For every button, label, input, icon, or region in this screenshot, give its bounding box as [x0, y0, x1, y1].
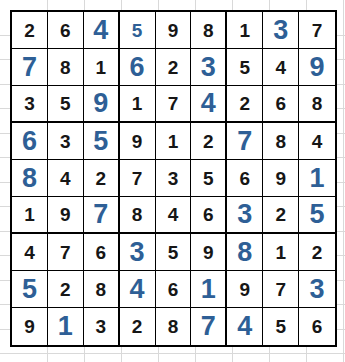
cell-r1c2[interactable]: 6	[48, 12, 84, 49]
given-digit: 8	[95, 280, 106, 299]
cell-r6c8[interactable]: 2	[263, 197, 299, 234]
cell-r4c7[interactable]: 7	[227, 123, 263, 160]
cell-r7c7[interactable]: 8	[227, 234, 263, 271]
cell-r8c6[interactable]: 1	[191, 271, 227, 308]
given-digit: 5	[275, 317, 286, 336]
entered-digit: 3	[273, 17, 288, 44]
cell-r7c4[interactable]: 3	[120, 234, 156, 271]
cell-r3c9[interactable]: 8	[299, 86, 335, 123]
given-digit: 7	[312, 21, 323, 40]
given-digit: 9	[60, 205, 71, 224]
given-digit: 5	[239, 58, 250, 77]
cell-r2c9[interactable]: 9	[299, 49, 335, 86]
cell-r8c2[interactable]: 2	[48, 271, 84, 308]
entered-digit: 3	[237, 201, 252, 228]
cell-r3c2[interactable]: 5	[48, 86, 84, 123]
given-digit: 4	[275, 58, 286, 77]
cell-r5c9[interactable]: 1	[299, 160, 335, 197]
cell-r8c7[interactable]: 9	[227, 271, 263, 308]
entered-digit: 5	[93, 128, 108, 155]
cell-r9c2[interactable]: 1	[48, 308, 84, 345]
entered-digit: 6	[130, 54, 145, 81]
cell-r9c6[interactable]: 7	[191, 308, 227, 345]
entered-digit: 4	[130, 276, 145, 303]
given-digit: 4	[312, 132, 323, 151]
cell-r1c9[interactable]: 7	[299, 12, 335, 49]
entered-digit: 3	[310, 276, 325, 303]
cell-r4c1[interactable]: 6	[12, 123, 48, 160]
cell-r6c2[interactable]: 9	[48, 197, 84, 234]
given-digit: 2	[203, 132, 214, 151]
given-digit: 6	[312, 317, 323, 336]
entered-digit: 6	[22, 128, 37, 155]
cell-r8c4[interactable]: 4	[120, 271, 156, 308]
cell-r4c9[interactable]: 4	[299, 123, 335, 160]
cell-r4c2[interactable]: 3	[48, 123, 84, 160]
entered-digit: 7	[93, 201, 108, 228]
given-digit: 3	[95, 317, 106, 336]
given-digit: 4	[60, 169, 71, 188]
given-digit: 5	[168, 243, 179, 262]
cell-r1c3[interactable]: 4	[84, 12, 120, 49]
cell-r2c7[interactable]: 5	[227, 49, 263, 86]
given-digit: 1	[168, 132, 179, 151]
cell-r8c5[interactable]: 6	[156, 271, 192, 308]
given-digit: 2	[275, 205, 286, 224]
cell-r2c6[interactable]: 3	[191, 49, 227, 86]
given-digit: 6	[239, 169, 250, 188]
cell-r2c5[interactable]: 2	[156, 49, 192, 86]
cell-r8c1[interactable]: 5	[12, 271, 48, 308]
cell-r7c5[interactable]: 5	[156, 234, 192, 271]
cell-r2c2[interactable]: 8	[48, 49, 84, 86]
entered-digit: 7	[22, 54, 37, 81]
cell-r1c7[interactable]: 1	[227, 12, 263, 49]
cell-r4c3[interactable]: 5	[84, 123, 120, 160]
cell-r8c3[interactable]: 8	[84, 271, 120, 308]
given-digit: 6	[60, 21, 71, 40]
cell-r7c8[interactable]: 1	[263, 234, 299, 271]
given-digit: 8	[60, 58, 71, 77]
cell-r7c2[interactable]: 7	[48, 234, 84, 271]
entered-digit: 3	[130, 239, 145, 266]
given-digit: 1	[132, 94, 143, 113]
given-digit: 8	[168, 317, 179, 336]
given-digit: 7	[168, 94, 179, 113]
cell-r6c9[interactable]: 5	[299, 197, 335, 234]
entered-digit: 8	[237, 239, 252, 266]
cell-r5c8[interactable]: 9	[263, 160, 299, 197]
cell-r9c3[interactable]: 3	[84, 308, 120, 345]
cell-r1c5[interactable]: 9	[156, 12, 192, 49]
cell-r9c4[interactable]: 2	[120, 308, 156, 345]
given-digit: 9	[275, 169, 286, 188]
cell-r3c5[interactable]: 7	[156, 86, 192, 123]
cell-r5c1[interactable]: 8	[12, 160, 48, 197]
entered-digit: 7	[201, 313, 216, 340]
cell-r8c9[interactable]: 3	[299, 271, 335, 308]
cell-r9c5[interactable]: 8	[156, 308, 192, 345]
entered-digit: 5	[132, 21, 143, 40]
cell-r1c6[interactable]: 8	[191, 12, 227, 49]
given-digit: 3	[168, 169, 179, 188]
entered-digit: 1	[201, 276, 216, 303]
given-digit: 2	[239, 94, 250, 113]
cell-r4c8[interactable]: 8	[263, 123, 299, 160]
cell-r5c5[interactable]: 3	[156, 160, 192, 197]
cell-r4c6[interactable]: 2	[191, 123, 227, 160]
given-digit: 9	[168, 21, 179, 40]
given-digit: 8	[203, 21, 214, 40]
given-digit: 9	[239, 280, 250, 299]
cell-r6c4[interactable]: 8	[120, 197, 156, 234]
entered-digit: 3	[201, 54, 216, 81]
cell-r6c1[interactable]: 1	[12, 197, 48, 234]
spreadsheet-background: 2645981377816235493591742686359127848427…	[0, 0, 345, 362]
cell-r5c6[interactable]: 5	[191, 160, 227, 197]
given-digit: 9	[203, 243, 214, 262]
entered-digit: 1	[58, 313, 73, 340]
given-digit: 5	[203, 169, 214, 188]
cell-r2c8[interactable]: 4	[263, 49, 299, 86]
cell-r1c4[interactable]: 5	[120, 12, 156, 49]
entered-digit: 5	[22, 276, 37, 303]
cell-r9c8[interactable]: 5	[263, 308, 299, 345]
given-digit: 7	[275, 280, 286, 299]
cell-r2c3[interactable]: 1	[84, 49, 120, 86]
entered-digit: 8	[22, 165, 37, 192]
cell-r3c8[interactable]: 6	[263, 86, 299, 123]
given-digit: 9	[24, 317, 35, 336]
cell-r5c3[interactable]: 2	[84, 160, 120, 197]
cell-r6c5[interactable]: 4	[156, 197, 192, 234]
given-digit: 3	[24, 94, 35, 113]
cell-r1c1[interactable]: 2	[12, 12, 48, 49]
given-digit: 6	[203, 205, 214, 224]
cell-r3c4[interactable]: 1	[120, 86, 156, 123]
cell-r4c4[interactable]: 9	[120, 123, 156, 160]
entered-digit: 9	[93, 90, 108, 117]
given-digit: 6	[95, 243, 106, 262]
cell-r3c6[interactable]: 4	[191, 86, 227, 123]
given-digit: 8	[312, 94, 323, 113]
given-digit: 2	[132, 317, 143, 336]
cell-r7c6[interactable]: 9	[191, 234, 227, 271]
given-digit: 2	[24, 21, 35, 40]
cell-r6c6[interactable]: 6	[191, 197, 227, 234]
given-digit: 6	[168, 280, 179, 299]
sudoku-board: 2645981377816235493591742686359127848427…	[10, 10, 337, 347]
cell-r2c1[interactable]: 7	[12, 49, 48, 86]
given-digit: 1	[239, 21, 250, 40]
cell-r5c4[interactable]: 7	[120, 160, 156, 197]
given-digit: 2	[60, 280, 71, 299]
entered-digit: 4	[93, 17, 108, 44]
cell-r9c7[interactable]: 4	[227, 308, 263, 345]
cell-r9c9[interactable]: 6	[299, 308, 335, 345]
given-digit: 4	[168, 205, 179, 224]
cell-r3c1[interactable]: 3	[12, 86, 48, 123]
given-digit: 9	[132, 132, 143, 151]
cell-r7c3[interactable]: 6	[84, 234, 120, 271]
given-digit: 5	[60, 94, 71, 113]
given-digit: 2	[168, 58, 179, 77]
cell-r1c8[interactable]: 3	[263, 12, 299, 49]
given-digit: 3	[60, 132, 71, 151]
entered-digit: 5	[310, 201, 325, 228]
given-digit: 2	[95, 169, 106, 188]
cell-r3c3[interactable]: 9	[84, 86, 120, 123]
given-digit: 6	[275, 94, 286, 113]
cell-r6c3[interactable]: 7	[84, 197, 120, 234]
entered-digit: 4	[237, 313, 252, 340]
entered-digit: 7	[237, 128, 252, 155]
cell-r5c2[interactable]: 4	[48, 160, 84, 197]
given-digit: 7	[60, 243, 71, 262]
given-digit: 4	[24, 243, 35, 262]
cell-r7c9[interactable]: 2	[299, 234, 335, 271]
given-digit: 1	[275, 243, 286, 262]
entered-digit: 9	[310, 54, 325, 81]
given-digit: 8	[275, 132, 286, 151]
given-digit: 8	[132, 205, 143, 224]
cell-r3c7[interactable]: 2	[227, 86, 263, 123]
cell-r8c8[interactable]: 7	[263, 271, 299, 308]
given-digit: 1	[95, 58, 106, 77]
cell-r2c4[interactable]: 6	[120, 49, 156, 86]
cell-r5c7[interactable]: 6	[227, 160, 263, 197]
cell-r6c7[interactable]: 3	[227, 197, 263, 234]
given-digit: 1	[24, 205, 35, 224]
entered-digit: 1	[310, 165, 325, 192]
cell-r9c1[interactable]: 9	[12, 308, 48, 345]
given-digit: 7	[132, 169, 143, 188]
given-digit: 2	[312, 243, 323, 262]
entered-digit: 4	[201, 90, 216, 117]
cell-r4c5[interactable]: 1	[156, 123, 192, 160]
cell-r7c1[interactable]: 4	[12, 234, 48, 271]
